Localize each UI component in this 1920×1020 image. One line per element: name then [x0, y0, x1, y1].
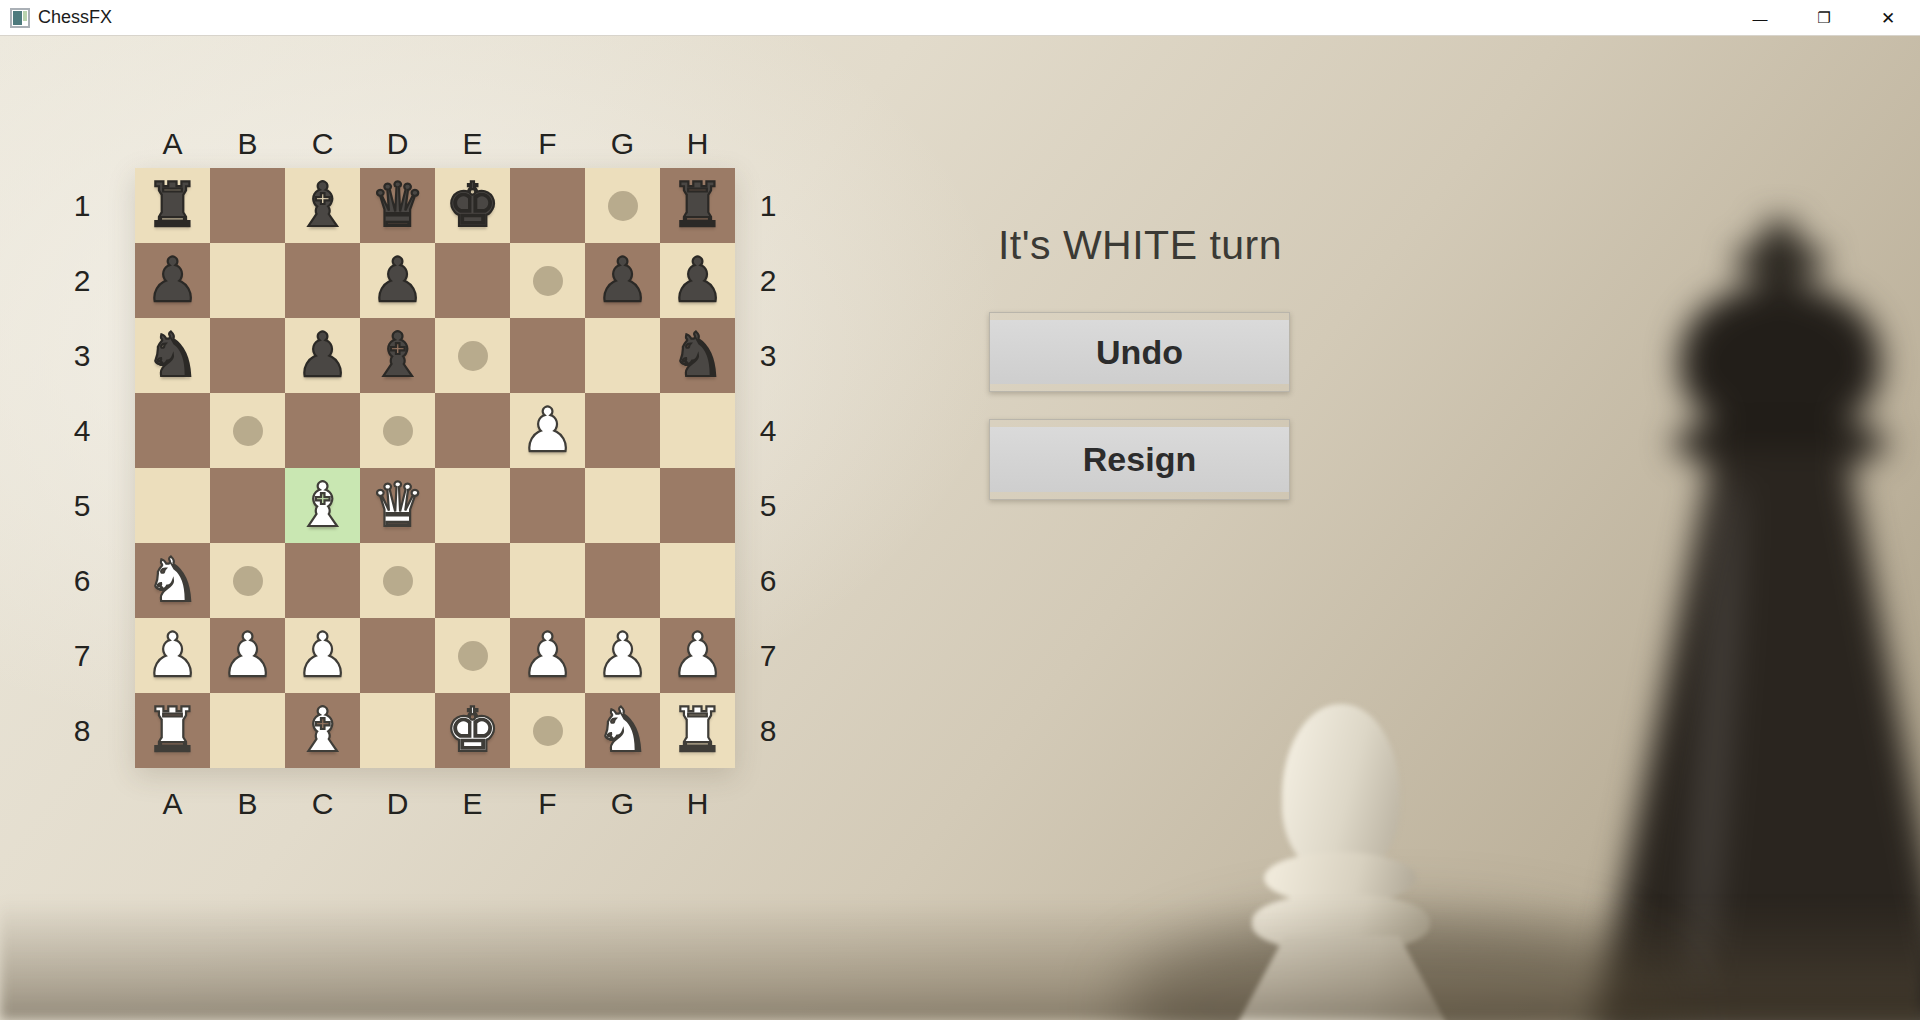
- white-pawn-C7: ♟: [295, 618, 350, 693]
- move-hint-dot-G1: [608, 191, 638, 221]
- rank-label-5: 5: [738, 468, 798, 543]
- black-pawn-D2: ♟: [370, 243, 425, 318]
- black-bishop-C1: ♝: [295, 168, 350, 243]
- square-D8[interactable]: [360, 693, 435, 768]
- file-label-C: C: [285, 780, 360, 828]
- rank-label-4: 4: [52, 393, 112, 468]
- move-hint-dot-E7: [458, 641, 488, 671]
- white-bishop-C5: ♝: [295, 468, 350, 543]
- file-label-B: B: [210, 120, 285, 168]
- square-E4[interactable]: [435, 393, 510, 468]
- file-label-A: A: [135, 120, 210, 168]
- square-H8[interactable]: ♜: [660, 693, 735, 768]
- rank-labels-left: 12345678: [52, 168, 112, 768]
- square-D7[interactable]: [360, 618, 435, 693]
- square-F1[interactable]: [510, 168, 585, 243]
- move-hint-dot-D4: [383, 416, 413, 446]
- square-A3[interactable]: ♞: [135, 318, 210, 393]
- chess-board: ♜♝♛♚♜♟♟♟♟♞♟♝♞♟♝♛♞♟♟♟♟♟♟♜♝♚♞♜: [135, 168, 735, 768]
- square-A2[interactable]: ♟: [135, 243, 210, 318]
- square-B8[interactable]: [210, 693, 285, 768]
- white-pawn-F4: ♟: [520, 393, 575, 468]
- square-G1[interactable]: [585, 168, 660, 243]
- rank-label-3: 3: [738, 318, 798, 393]
- square-E6[interactable]: [435, 543, 510, 618]
- square-G5[interactable]: [585, 468, 660, 543]
- floor-shadow: [0, 900, 1920, 1020]
- square-C1[interactable]: ♝: [285, 168, 360, 243]
- square-D4[interactable]: [360, 393, 435, 468]
- square-F6[interactable]: [510, 543, 585, 618]
- square-C8[interactable]: ♝: [285, 693, 360, 768]
- file-label-G: G: [585, 120, 660, 168]
- square-B2[interactable]: [210, 243, 285, 318]
- rank-label-3: 3: [52, 318, 112, 393]
- undo-button-label: Undo: [990, 320, 1289, 384]
- square-A7[interactable]: ♟: [135, 618, 210, 693]
- file-label-F: F: [510, 780, 585, 828]
- file-label-H: H: [660, 780, 735, 828]
- rank-label-6: 6: [52, 543, 112, 618]
- black-pawn-A2: ♟: [145, 243, 200, 318]
- square-D3[interactable]: ♝: [360, 318, 435, 393]
- square-B5[interactable]: [210, 468, 285, 543]
- square-G3[interactable]: [585, 318, 660, 393]
- white-rook-A8: ♜: [145, 693, 200, 768]
- file-label-F: F: [510, 120, 585, 168]
- square-C5[interactable]: ♝: [285, 468, 360, 543]
- move-hint-dot-F2: [533, 266, 563, 296]
- black-bishop-D3: ♝: [370, 318, 425, 393]
- undo-button[interactable]: Undo: [989, 312, 1290, 392]
- file-label-E: E: [435, 120, 510, 168]
- square-G8[interactable]: ♞: [585, 693, 660, 768]
- square-F8[interactable]: [510, 693, 585, 768]
- square-E1[interactable]: ♚: [435, 168, 510, 243]
- close-button[interactable]: ✕: [1856, 0, 1920, 36]
- square-G6[interactable]: [585, 543, 660, 618]
- white-rook-H8: ♜: [670, 693, 725, 768]
- app-background: ABCDEFGH ABCDEFGH 12345678 12345678 ♜♝♛♚…: [0, 36, 1920, 1020]
- file-labels-top: ABCDEFGH: [135, 120, 735, 168]
- black-rook-H1: ♜: [670, 168, 725, 243]
- white-pawn-B7: ♟: [220, 618, 275, 693]
- window-title: ChessFX: [38, 7, 112, 28]
- rank-label-5: 5: [52, 468, 112, 543]
- rank-label-8: 8: [52, 693, 112, 768]
- square-C7[interactable]: ♟: [285, 618, 360, 693]
- white-pawn-A7: ♟: [145, 618, 200, 693]
- square-E5[interactable]: [435, 468, 510, 543]
- black-knight-H3: ♞: [670, 318, 725, 393]
- white-king-E8: ♚: [445, 693, 500, 768]
- square-H3[interactable]: ♞: [660, 318, 735, 393]
- black-pawn-G2: ♟: [595, 243, 650, 318]
- square-B3[interactable]: [210, 318, 285, 393]
- square-C3[interactable]: ♟: [285, 318, 360, 393]
- resign-button-label: Resign: [990, 427, 1289, 492]
- file-label-C: C: [285, 120, 360, 168]
- move-hint-dot-B6: [233, 566, 263, 596]
- file-label-G: G: [585, 780, 660, 828]
- move-hint-dot-B4: [233, 416, 263, 446]
- square-D5[interactable]: ♛: [360, 468, 435, 543]
- square-D1[interactable]: ♛: [360, 168, 435, 243]
- rank-label-7: 7: [738, 618, 798, 693]
- white-queen-D5: ♛: [370, 468, 425, 543]
- title-bar: ChessFX — ❐ ✕: [0, 0, 1920, 36]
- white-pawn-H7: ♟: [670, 618, 725, 693]
- app-icon: [10, 8, 30, 28]
- square-B6[interactable]: [210, 543, 285, 618]
- square-F4[interactable]: ♟: [510, 393, 585, 468]
- minimize-button[interactable]: —: [1728, 0, 1792, 36]
- square-H2[interactable]: ♟: [660, 243, 735, 318]
- square-A6[interactable]: ♞: [135, 543, 210, 618]
- square-H5[interactable]: [660, 468, 735, 543]
- move-hint-dot-D6: [383, 566, 413, 596]
- move-hint-dot-E3: [458, 341, 488, 371]
- square-G7[interactable]: ♟: [585, 618, 660, 693]
- square-C6[interactable]: [285, 543, 360, 618]
- rank-label-6: 6: [738, 543, 798, 618]
- square-F3[interactable]: [510, 318, 585, 393]
- rank-label-2: 2: [738, 243, 798, 318]
- square-F7[interactable]: ♟: [510, 618, 585, 693]
- window-controls: — ❐ ✕: [1728, 0, 1920, 36]
- square-D2[interactable]: ♟: [360, 243, 435, 318]
- black-pawn-C3: ♟: [295, 318, 350, 393]
- file-label-D: D: [360, 120, 435, 168]
- square-F5[interactable]: [510, 468, 585, 543]
- chessfx-window: ChessFX — ❐ ✕ ABCDEFGH ABCDEFGH 12345678…: [0, 0, 1920, 1020]
- file-labels-bottom: ABCDEFGH: [135, 780, 735, 828]
- black-pawn-H2: ♟: [670, 243, 725, 318]
- square-G2[interactable]: ♟: [585, 243, 660, 318]
- black-queen-D1: ♛: [370, 168, 425, 243]
- square-H4[interactable]: [660, 393, 735, 468]
- square-E2[interactable]: [435, 243, 510, 318]
- white-pawn-F7: ♟: [520, 618, 575, 693]
- white-pawn-G7: ♟: [595, 618, 650, 693]
- rank-label-8: 8: [738, 693, 798, 768]
- square-E3[interactable]: [435, 318, 510, 393]
- square-A4[interactable]: [135, 393, 210, 468]
- white-knight-A6: ♞: [145, 543, 200, 618]
- square-B1[interactable]: [210, 168, 285, 243]
- square-A1[interactable]: ♜: [135, 168, 210, 243]
- square-A5[interactable]: [135, 468, 210, 543]
- white-bishop-C8: ♝: [295, 693, 350, 768]
- square-G4[interactable]: [585, 393, 660, 468]
- resign-button[interactable]: Resign: [989, 419, 1290, 500]
- square-H6[interactable]: [660, 543, 735, 618]
- restore-button[interactable]: ❐: [1792, 0, 1856, 36]
- square-H7[interactable]: ♟: [660, 618, 735, 693]
- file-label-D: D: [360, 780, 435, 828]
- square-F2[interactable]: [510, 243, 585, 318]
- square-D6[interactable]: [360, 543, 435, 618]
- square-A8[interactable]: ♜: [135, 693, 210, 768]
- file-label-A: A: [135, 780, 210, 828]
- rank-label-4: 4: [738, 393, 798, 468]
- square-H1[interactable]: ♜: [660, 168, 735, 243]
- rank-label-1: 1: [52, 168, 112, 243]
- black-knight-A3: ♞: [145, 318, 200, 393]
- rank-label-1: 1: [738, 168, 798, 243]
- rank-label-7: 7: [52, 618, 112, 693]
- square-C2[interactable]: [285, 243, 360, 318]
- square-B4[interactable]: [210, 393, 285, 468]
- file-label-E: E: [435, 780, 510, 828]
- file-label-B: B: [210, 780, 285, 828]
- white-knight-G8: ♞: [595, 693, 650, 768]
- black-king-E1: ♚: [445, 168, 500, 243]
- black-rook-A1: ♜: [145, 168, 200, 243]
- turn-status-text: It's WHITE turn: [960, 222, 1320, 269]
- move-hint-dot-F8: [533, 716, 563, 746]
- rank-label-2: 2: [52, 243, 112, 318]
- rank-labels-right: 12345678: [738, 168, 798, 768]
- square-E8[interactable]: ♚: [435, 693, 510, 768]
- square-B7[interactable]: ♟: [210, 618, 285, 693]
- file-label-H: H: [660, 120, 735, 168]
- square-C4[interactable]: [285, 393, 360, 468]
- square-E7[interactable]: [435, 618, 510, 693]
